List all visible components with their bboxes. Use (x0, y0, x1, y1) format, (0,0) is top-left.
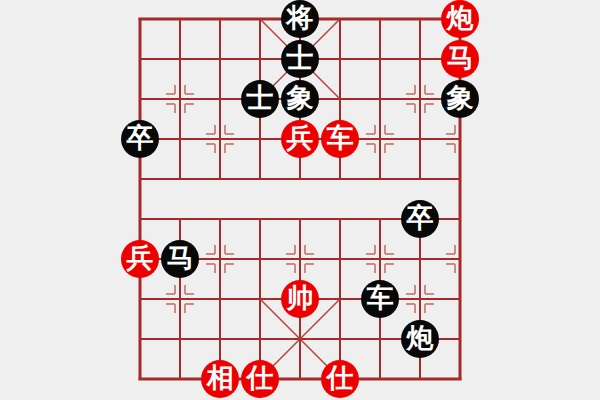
piece-red-cannon[interactable]: 炮 (441, 0, 479, 38)
piece-black-horse[interactable]: 马 (161, 240, 199, 278)
piece-red-soldier-1[interactable]: 兵 (281, 120, 319, 158)
piece-black-advisor-2[interactable]: 士 (241, 80, 279, 118)
piece-glyph: 马 (447, 45, 474, 72)
piece-glyph: 车 (327, 125, 354, 152)
piece-black-elephant-1[interactable]: 象 (281, 80, 319, 118)
piece-red-chariot[interactable]: 车 (321, 120, 359, 158)
piece-glyph: 马 (167, 245, 194, 272)
piece-glyph: 仕 (327, 365, 354, 392)
piece-glyph: 兵 (287, 125, 314, 152)
piece-glyph: 士 (287, 45, 314, 72)
piece-black-chariot[interactable]: 车 (361, 280, 399, 318)
piece-glyph: 象 (287, 85, 314, 112)
piece-glyph: 仕 (247, 365, 274, 392)
piece-red-soldier-2[interactable]: 兵 (121, 240, 159, 278)
piece-black-soldier-1[interactable]: 卒 (121, 120, 159, 158)
piece-red-horse[interactable]: 马 (441, 40, 479, 78)
xiangqi-app: 将士士象象卒卒马车炮炮马兵车兵帅相仕仕 (0, 0, 600, 400)
piece-glyph: 帅 (287, 285, 314, 312)
piece-glyph: 将 (287, 5, 314, 32)
piece-glyph: 卒 (127, 125, 154, 152)
piece-glyph: 相 (207, 365, 234, 392)
piece-black-advisor-1[interactable]: 士 (281, 40, 319, 78)
piece-glyph: 卒 (407, 205, 434, 232)
piece-glyph: 炮 (447, 5, 474, 32)
pieces-layer: 将士士象象卒卒马车炮炮马兵车兵帅相仕仕 (0, 0, 600, 400)
piece-glyph: 象 (447, 85, 474, 112)
piece-red-advisor-1[interactable]: 仕 (241, 360, 279, 398)
piece-black-elephant-2[interactable]: 象 (441, 80, 479, 118)
piece-black-general[interactable]: 将 (281, 0, 319, 38)
piece-glyph: 炮 (407, 325, 434, 352)
piece-glyph: 士 (247, 85, 274, 112)
piece-red-general[interactable]: 帅 (281, 280, 319, 318)
piece-black-soldier-2[interactable]: 卒 (401, 200, 439, 238)
piece-glyph: 兵 (127, 245, 154, 272)
piece-red-advisor-2[interactable]: 仕 (321, 360, 359, 398)
piece-glyph: 车 (367, 285, 394, 312)
piece-black-cannon[interactable]: 炮 (401, 320, 439, 358)
piece-red-elephant[interactable]: 相 (201, 360, 239, 398)
